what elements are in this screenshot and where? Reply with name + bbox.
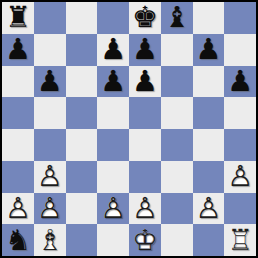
square-g3[interactable] bbox=[193, 161, 225, 193]
white-pawn-glyph: ♙ bbox=[34, 161, 66, 193]
square-g1[interactable] bbox=[193, 224, 225, 256]
square-d7[interactable]: ♟ bbox=[97, 34, 129, 66]
piece-white-pawn[interactable]: ♟♙ bbox=[224, 161, 256, 193]
square-d6[interactable]: ♟ bbox=[97, 66, 129, 98]
square-g5[interactable] bbox=[193, 97, 225, 129]
square-e5[interactable] bbox=[129, 97, 161, 129]
piece-black-pawn[interactable]: ♟ bbox=[193, 34, 225, 66]
black-knight-glyph: ♞ bbox=[2, 224, 34, 256]
square-d5[interactable] bbox=[97, 97, 129, 129]
piece-black-pawn[interactable]: ♟ bbox=[2, 34, 34, 66]
square-b2[interactable]: ♟♙ bbox=[34, 193, 66, 225]
white-pawn-glyph: ♙ bbox=[224, 161, 256, 193]
square-c3[interactable] bbox=[66, 161, 98, 193]
piece-black-bishop[interactable]: ♝ bbox=[161, 2, 193, 34]
piece-black-pawn[interactable]: ♟ bbox=[34, 66, 66, 98]
white-bishop-glyph: ♗ bbox=[34, 224, 66, 256]
white-rook-glyph: ♖ bbox=[224, 224, 256, 256]
piece-white-pawn[interactable]: ♟♙ bbox=[34, 161, 66, 193]
square-h6[interactable]: ♟ bbox=[224, 66, 256, 98]
square-h2[interactable] bbox=[224, 193, 256, 225]
square-h4[interactable] bbox=[224, 129, 256, 161]
piece-black-pawn[interactable]: ♟ bbox=[97, 34, 129, 66]
piece-black-rook[interactable]: ♜ bbox=[2, 2, 34, 34]
square-b1[interactable]: ♝♗ bbox=[34, 224, 66, 256]
white-king-glyph: ♔ bbox=[129, 224, 161, 256]
white-pawn-glyph: ♙ bbox=[97, 193, 129, 225]
piece-black-knight[interactable]: ♞ bbox=[2, 224, 34, 256]
square-h7[interactable] bbox=[224, 34, 256, 66]
square-b7[interactable] bbox=[34, 34, 66, 66]
black-pawn-glyph: ♟ bbox=[2, 34, 34, 66]
square-d1[interactable] bbox=[97, 224, 129, 256]
chess-board: ♜♚♝♟♟♟♟♟♟♟♟♟♙♟♙♟♙♟♙♟♙♟♙♟♙♞♝♗♚♔♜♖ bbox=[2, 2, 256, 256]
square-c8[interactable] bbox=[66, 2, 98, 34]
square-f8[interactable]: ♝ bbox=[161, 2, 193, 34]
black-pawn-glyph: ♟ bbox=[97, 66, 129, 98]
square-f5[interactable] bbox=[161, 97, 193, 129]
square-f6[interactable] bbox=[161, 66, 193, 98]
square-e2[interactable]: ♟♙ bbox=[129, 193, 161, 225]
square-a5[interactable] bbox=[2, 97, 34, 129]
square-a2[interactable]: ♟♙ bbox=[2, 193, 34, 225]
chess-board-frame: ♜♚♝♟♟♟♟♟♟♟♟♟♙♟♙♟♙♟♙♟♙♟♙♟♙♞♝♗♚♔♜♖ bbox=[0, 0, 258, 258]
piece-white-pawn[interactable]: ♟♙ bbox=[97, 193, 129, 225]
black-bishop-glyph: ♝ bbox=[161, 2, 193, 34]
square-e1[interactable]: ♚♔ bbox=[129, 224, 161, 256]
square-c6[interactable] bbox=[66, 66, 98, 98]
piece-black-pawn[interactable]: ♟ bbox=[224, 66, 256, 98]
square-g7[interactable]: ♟ bbox=[193, 34, 225, 66]
square-c7[interactable] bbox=[66, 34, 98, 66]
square-b6[interactable]: ♟ bbox=[34, 66, 66, 98]
square-e4[interactable] bbox=[129, 129, 161, 161]
piece-black-pawn[interactable]: ♟ bbox=[97, 66, 129, 98]
square-h8[interactable] bbox=[224, 2, 256, 34]
square-a8[interactable]: ♜ bbox=[2, 2, 34, 34]
square-c4[interactable] bbox=[66, 129, 98, 161]
square-a7[interactable]: ♟ bbox=[2, 34, 34, 66]
square-g4[interactable] bbox=[193, 129, 225, 161]
square-g6[interactable] bbox=[193, 66, 225, 98]
square-h5[interactable] bbox=[224, 97, 256, 129]
square-f3[interactable] bbox=[161, 161, 193, 193]
square-h1[interactable]: ♜♖ bbox=[224, 224, 256, 256]
square-f4[interactable] bbox=[161, 129, 193, 161]
square-d8[interactable] bbox=[97, 2, 129, 34]
square-a3[interactable] bbox=[2, 161, 34, 193]
square-b3[interactable]: ♟♙ bbox=[34, 161, 66, 193]
square-a1[interactable]: ♞ bbox=[2, 224, 34, 256]
black-pawn-glyph: ♟ bbox=[129, 66, 161, 98]
black-pawn-glyph: ♟ bbox=[224, 66, 256, 98]
square-b4[interactable] bbox=[34, 129, 66, 161]
piece-white-pawn[interactable]: ♟♙ bbox=[34, 193, 66, 225]
piece-white-king[interactable]: ♚♔ bbox=[129, 224, 161, 256]
black-pawn-glyph: ♟ bbox=[129, 34, 161, 66]
square-c5[interactable] bbox=[66, 97, 98, 129]
white-pawn-glyph: ♙ bbox=[34, 193, 66, 225]
square-d2[interactable]: ♟♙ bbox=[97, 193, 129, 225]
black-pawn-glyph: ♟ bbox=[193, 34, 225, 66]
square-e8[interactable]: ♚ bbox=[129, 2, 161, 34]
white-pawn-glyph: ♙ bbox=[129, 193, 161, 225]
square-e3[interactable] bbox=[129, 161, 161, 193]
piece-white-pawn[interactable]: ♟♙ bbox=[129, 193, 161, 225]
black-pawn-glyph: ♟ bbox=[34, 66, 66, 98]
piece-white-bishop[interactable]: ♝♗ bbox=[34, 224, 66, 256]
black-pawn-glyph: ♟ bbox=[97, 34, 129, 66]
square-e6[interactable]: ♟ bbox=[129, 66, 161, 98]
square-d3[interactable] bbox=[97, 161, 129, 193]
piece-white-pawn[interactable]: ♟♙ bbox=[2, 193, 34, 225]
square-c1[interactable] bbox=[66, 224, 98, 256]
square-b5[interactable] bbox=[34, 97, 66, 129]
square-g8[interactable] bbox=[193, 2, 225, 34]
square-a6[interactable] bbox=[2, 66, 34, 98]
piece-black-pawn[interactable]: ♟ bbox=[129, 66, 161, 98]
square-b8[interactable] bbox=[34, 2, 66, 34]
black-king-glyph: ♚ bbox=[129, 2, 161, 34]
square-c2[interactable] bbox=[66, 193, 98, 225]
square-e7[interactable]: ♟ bbox=[129, 34, 161, 66]
piece-black-king[interactable]: ♚ bbox=[129, 2, 161, 34]
piece-white-pawn[interactable]: ♟♙ bbox=[193, 193, 225, 225]
white-pawn-glyph: ♙ bbox=[193, 193, 225, 225]
black-rook-glyph: ♜ bbox=[2, 2, 34, 34]
square-h3[interactable]: ♟♙ bbox=[224, 161, 256, 193]
piece-black-pawn[interactable]: ♟ bbox=[129, 34, 161, 66]
piece-white-rook[interactable]: ♜♖ bbox=[224, 224, 256, 256]
square-f2[interactable] bbox=[161, 193, 193, 225]
square-a4[interactable] bbox=[2, 129, 34, 161]
square-g2[interactable]: ♟♙ bbox=[193, 193, 225, 225]
white-pawn-glyph: ♙ bbox=[2, 193, 34, 225]
square-f7[interactable] bbox=[161, 34, 193, 66]
square-d4[interactable] bbox=[97, 129, 129, 161]
square-f1[interactable] bbox=[161, 224, 193, 256]
